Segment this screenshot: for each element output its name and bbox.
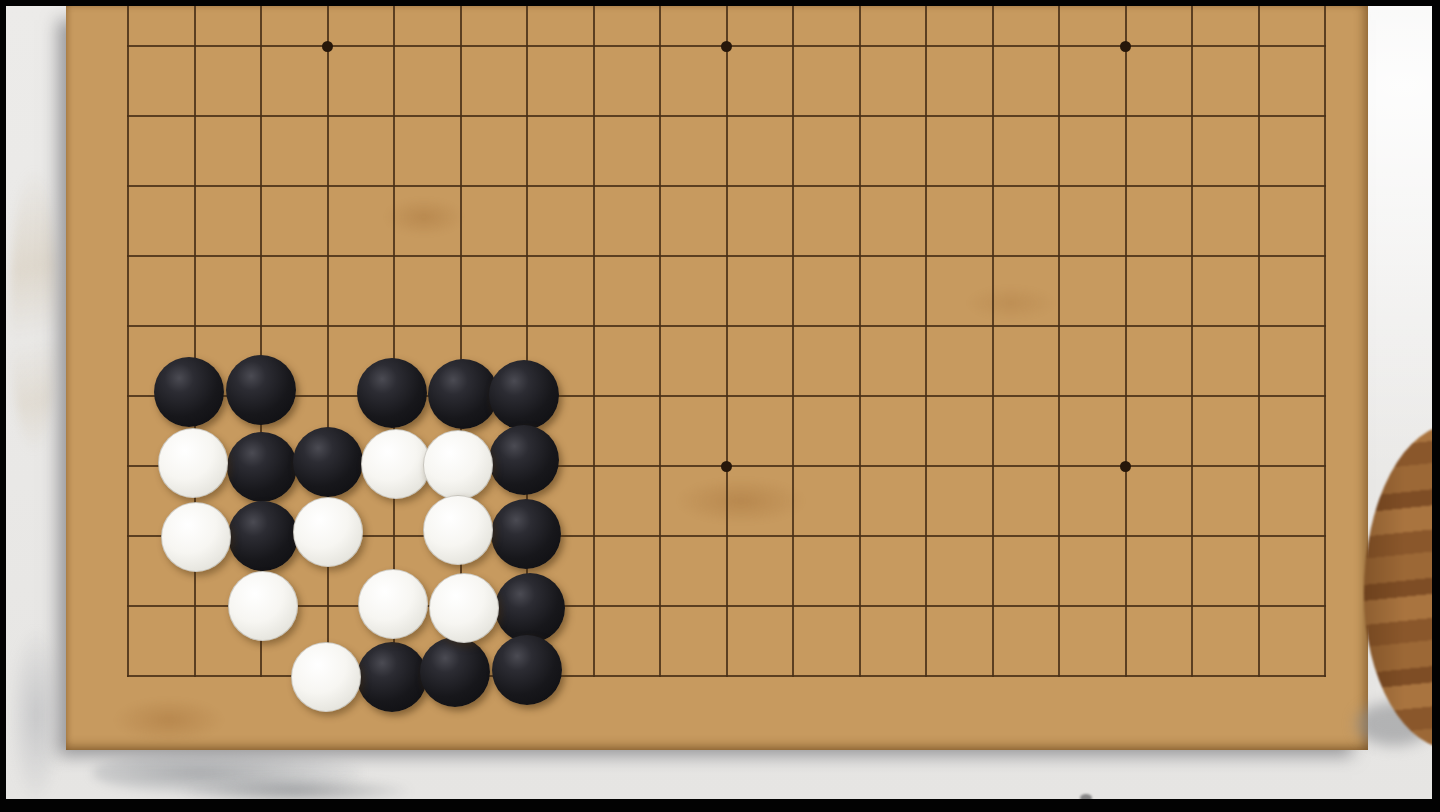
frame-bar-bottom [0, 799, 1440, 812]
grid-line-vertical [127, 6, 129, 677]
frame-bar-left [0, 0, 6, 812]
grid-line-vertical [1324, 6, 1326, 677]
stone-black-C3[interactable] [228, 501, 298, 571]
grid-line-horizontal [127, 185, 1326, 187]
grid-line-vertical [593, 6, 595, 677]
stone-white-D3[interactable] [293, 497, 363, 567]
stone-black-E5[interactable] [357, 358, 427, 428]
stone-white-F2[interactable] [429, 573, 499, 643]
grid-line-vertical [1258, 6, 1260, 677]
stone-black-F1[interactable] [420, 637, 490, 707]
grid-line-vertical [194, 6, 196, 677]
grid-line-horizontal [127, 325, 1326, 327]
frame-bar-top [0, 0, 1440, 6]
stone-black-G2[interactable] [495, 573, 565, 643]
stone-black-F5[interactable] [428, 359, 498, 429]
stone-black-D4[interactable] [293, 427, 363, 497]
grid-line-vertical [925, 6, 927, 677]
grid-line-vertical [1191, 6, 1193, 677]
grid-line-vertical [992, 6, 994, 677]
photo-frame [0, 0, 1440, 812]
grid-line-vertical [726, 6, 728, 677]
stone-white-F4[interactable] [423, 430, 493, 500]
stone-white-B4[interactable] [158, 428, 228, 498]
stone-black-B5[interactable] [154, 357, 224, 427]
grid-line-vertical [327, 6, 329, 677]
stone-black-G1[interactable] [492, 635, 562, 705]
board-overlay [0, 0, 1440, 812]
stone-black-G4[interactable] [489, 425, 559, 495]
stone-black-C5[interactable] [226, 355, 296, 425]
grid-line-horizontal [127, 605, 1326, 607]
grid-line-vertical [859, 6, 861, 677]
stone-white-E2[interactable] [358, 569, 428, 639]
stone-black-C4[interactable] [227, 432, 297, 502]
grid-line-horizontal [127, 395, 1326, 397]
frame-bar-right [1432, 0, 1440, 812]
grid-line-horizontal [127, 115, 1326, 117]
star-point-K4 [721, 461, 732, 472]
grid-line-vertical [1125, 6, 1127, 677]
star-point-Q10 [1120, 41, 1131, 52]
stone-white-D1[interactable] [291, 642, 361, 712]
stone-black-E1[interactable] [357, 642, 427, 712]
grid-line-vertical [792, 6, 794, 677]
stone-white-F3[interactable] [423, 495, 493, 565]
grid-line-horizontal [127, 255, 1326, 257]
stone-black-G3[interactable] [491, 499, 561, 569]
stone-white-E4[interactable] [361, 429, 431, 499]
stone-white-B3[interactable] [161, 502, 231, 572]
stone-white-C2[interactable] [228, 571, 298, 641]
star-point-K10 [721, 41, 732, 52]
grid-line-vertical [1058, 6, 1060, 677]
star-point-Q4 [1120, 461, 1131, 472]
star-point-D10 [322, 41, 333, 52]
stone-black-G5[interactable] [489, 360, 559, 430]
grid-line-vertical [659, 6, 661, 677]
